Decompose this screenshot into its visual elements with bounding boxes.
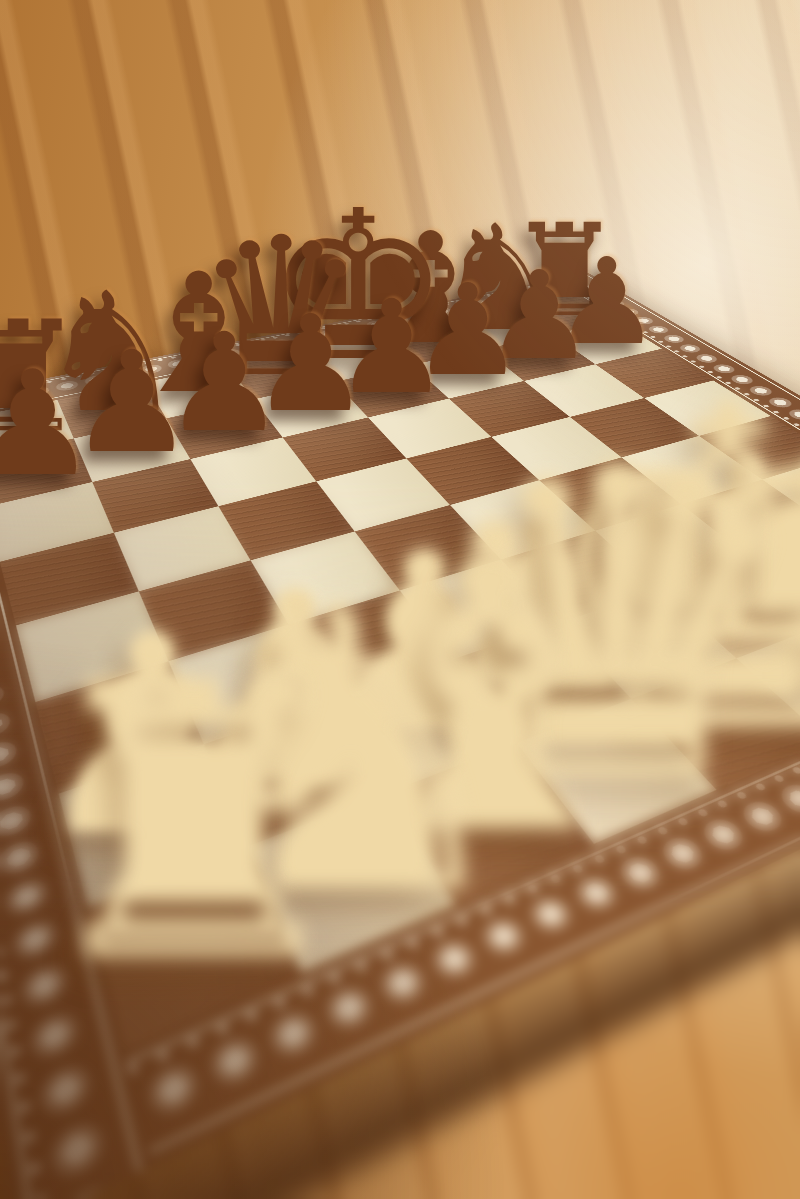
piece-light-rook-a1[interactable]: ♜ bbox=[25, 636, 362, 1012]
piece-dark-pawn-a7[interactable]: ♟ bbox=[0, 351, 98, 496]
chess-photo-scene: ♜♞♝♛♚♝♞♜♟♟♟♟♟♟♟♟♟♟♟♟♟♟♟♟♜♞♝♛♚♝♞♜ bbox=[0, 0, 800, 1199]
